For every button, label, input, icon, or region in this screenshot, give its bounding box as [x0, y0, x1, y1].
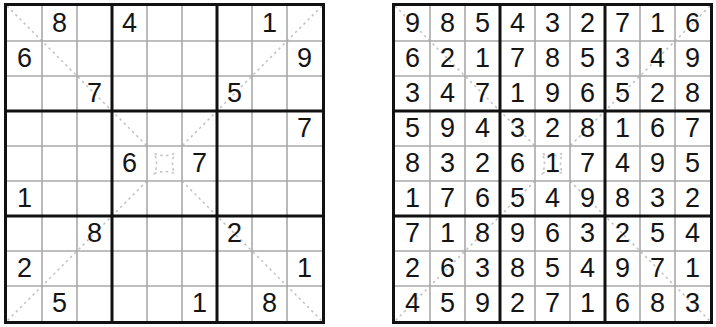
solution-cell-r4c1: 5	[395, 111, 430, 146]
solution-cell-r4c4: 3	[500, 111, 535, 146]
puzzle-cell-r4c3	[77, 111, 112, 146]
puzzle-cell-r7c5	[147, 216, 182, 251]
solution-cell-r1c7: 7	[605, 6, 640, 41]
puzzle-cell-r2c5	[147, 41, 182, 76]
solution-cell-r2c4: 7	[500, 41, 535, 76]
puzzle-cell-r6c9	[287, 181, 322, 216]
solution-cell-r4c9: 7	[675, 111, 710, 146]
solution-cell-r8c2: 6	[430, 251, 465, 286]
solution-cell-r4c6: 8	[570, 111, 605, 146]
puzzle-cell-r7c6	[182, 216, 217, 251]
solution-cell-r1c9: 6	[675, 6, 710, 41]
solution-cell-r4c3: 4	[465, 111, 500, 146]
solution-cell-r1c1: 9	[395, 6, 430, 41]
puzzle-cell-r9c8: 8	[252, 286, 287, 321]
puzzle-cell-r6c7	[217, 181, 252, 216]
puzzle-cell-r8c5	[147, 251, 182, 286]
puzzle-cell-r7c4	[112, 216, 147, 251]
solution-cell-r2c6: 5	[570, 41, 605, 76]
puzzle-cell-r5c1	[7, 146, 42, 181]
puzzle-cell-r1c1	[7, 6, 42, 41]
solution-cell-r7c3: 8	[465, 216, 500, 251]
puzzle-cell-r1c6	[182, 6, 217, 41]
solution-cell-r9c4: 2	[500, 286, 535, 321]
puzzle-cell-r4c8	[252, 111, 287, 146]
puzzle-cell-r8c9: 1	[287, 251, 322, 286]
solution-cell-r3c2: 4	[430, 76, 465, 111]
solution-cell-r6c8: 3	[640, 181, 675, 216]
puzzle-cell-r9c5	[147, 286, 182, 321]
solution-cell-r3c9: 8	[675, 76, 710, 111]
puzzle-cell-r1c2: 8	[42, 6, 77, 41]
puzzle-cell-r9c4	[112, 286, 147, 321]
solution-cell-r5c1: 8	[395, 146, 430, 181]
puzzle-cell-r6c3	[77, 181, 112, 216]
puzzle-cell-r9c6: 1	[182, 286, 217, 321]
puzzle-cell-r7c7: 2	[217, 216, 252, 251]
solution-cell-r7c9: 4	[675, 216, 710, 251]
puzzle-cell-r5c5	[147, 146, 182, 181]
puzzle-cell-r2c1: 6	[7, 41, 42, 76]
puzzle-cell-r2c8	[252, 41, 287, 76]
solution-cell-r3c3: 7	[465, 76, 500, 111]
solution-cell-r5c8: 9	[640, 146, 675, 181]
solution-cell-r7c2: 1	[430, 216, 465, 251]
puzzle-cell-r5c9	[287, 146, 322, 181]
puzzle-cell-r1c7	[217, 6, 252, 41]
puzzle-cell-r3c5	[147, 76, 182, 111]
solution-cell-r2c9: 9	[675, 41, 710, 76]
solution-cell-r5c6: 7	[570, 146, 605, 181]
puzzle-cell-r7c3: 8	[77, 216, 112, 251]
solution-cell-r5c2: 3	[430, 146, 465, 181]
puzzle-cell-r5c8	[252, 146, 287, 181]
puzzle-cell-r5c2	[42, 146, 77, 181]
solution-cell-r9c5: 7	[535, 286, 570, 321]
puzzle-cell-r7c2	[42, 216, 77, 251]
puzzle-cell-r6c4	[112, 181, 147, 216]
solution-cell-r3c5: 9	[535, 76, 570, 111]
solution-cell-r9c8: 8	[640, 286, 675, 321]
puzzle-cell-r7c8	[252, 216, 287, 251]
solution-cell-r7c8: 5	[640, 216, 675, 251]
puzzle-cell-r3c9	[287, 76, 322, 111]
puzzle-cells: 841697576718221518	[7, 6, 322, 321]
puzzle-cell-r9c2: 5	[42, 286, 77, 321]
puzzle-cell-r5c6: 7	[182, 146, 217, 181]
puzzle-cell-r2c6	[182, 41, 217, 76]
solution-cell-r4c8: 6	[640, 111, 675, 146]
puzzle-cell-r3c2	[42, 76, 77, 111]
solution-cell-r6c1: 1	[395, 181, 430, 216]
solution-cell-r3c1: 3	[395, 76, 430, 111]
solution-cell-r8c6: 4	[570, 251, 605, 286]
solution-cell-r9c2: 5	[430, 286, 465, 321]
puzzle-cell-r3c8	[252, 76, 287, 111]
solution-cell-r7c4: 9	[500, 216, 535, 251]
puzzle-cell-r8c1: 2	[7, 251, 42, 286]
puzzle-board: 841697576718221518	[4, 3, 325, 324]
puzzle-cell-r1c8: 1	[252, 6, 287, 41]
puzzle-cell-r6c8	[252, 181, 287, 216]
solution-cell-r9c3: 9	[465, 286, 500, 321]
puzzle-cell-r2c7	[217, 41, 252, 76]
puzzle-cell-r4c1	[7, 111, 42, 146]
solution-cell-r8c3: 3	[465, 251, 500, 286]
sudoku-sheet: { "game": "sudoku-x (diagonal sudoku) — …	[0, 0, 716, 327]
puzzle-cell-r1c5	[147, 6, 182, 41]
puzzle-cell-r2c9: 9	[287, 41, 322, 76]
solution-cell-r2c5: 8	[535, 41, 570, 76]
puzzle-cell-r3c1	[7, 76, 42, 111]
solution-cell-r7c1: 7	[395, 216, 430, 251]
puzzle-cell-r1c9	[287, 6, 322, 41]
solution-cell-r6c7: 8	[605, 181, 640, 216]
puzzle-cell-r3c3: 7	[77, 76, 112, 111]
solution-cell-r8c8: 7	[640, 251, 675, 286]
puzzle-cell-r6c1: 1	[7, 181, 42, 216]
solution-cell-r6c2: 7	[430, 181, 465, 216]
solution-cell-r5c5: 1	[535, 146, 570, 181]
solution-cell-r5c7: 4	[605, 146, 640, 181]
solution-cell-r9c7: 6	[605, 286, 640, 321]
solution-cell-r3c6: 6	[570, 76, 605, 111]
puzzle-cell-r8c6	[182, 251, 217, 286]
solution-cell-r6c4: 5	[500, 181, 535, 216]
puzzle-cell-r9c9	[287, 286, 322, 321]
solution-cell-r6c5: 4	[535, 181, 570, 216]
puzzle-cell-r4c2	[42, 111, 77, 146]
solution-cell-r8c7: 9	[605, 251, 640, 286]
puzzle-cell-r6c2	[42, 181, 77, 216]
puzzle-cell-r4c5	[147, 111, 182, 146]
solution-cell-r3c4: 1	[500, 76, 535, 111]
solution-cell-r1c6: 2	[570, 6, 605, 41]
solution-cell-r7c5: 6	[535, 216, 570, 251]
solution-board: 9854327166217853493471965285943281678326…	[392, 3, 713, 324]
puzzle-cell-r4c9: 7	[287, 111, 322, 146]
puzzle-cell-r9c1	[7, 286, 42, 321]
solution-cell-r4c5: 2	[535, 111, 570, 146]
puzzle-cell-r7c9	[287, 216, 322, 251]
puzzle-cell-r5c4: 6	[112, 146, 147, 181]
solution-cell-r6c9: 2	[675, 181, 710, 216]
solution-cell-r8c9: 1	[675, 251, 710, 286]
solution-cell-r1c4: 4	[500, 6, 535, 41]
solution-cell-r2c8: 4	[640, 41, 675, 76]
solution-cell-r9c1: 4	[395, 286, 430, 321]
solution-cell-r3c7: 5	[605, 76, 640, 111]
puzzle-cell-r3c4	[112, 76, 147, 111]
solution-cell-r2c2: 2	[430, 41, 465, 76]
puzzle-cell-r9c3	[77, 286, 112, 321]
solution-cell-r9c6: 1	[570, 286, 605, 321]
solution-cell-r1c5: 3	[535, 6, 570, 41]
puzzle-cell-r2c4	[112, 41, 147, 76]
solution-cell-r8c4: 8	[500, 251, 535, 286]
puzzle-cell-r4c4	[112, 111, 147, 146]
solution-cells: 9854327166217853493471965285943281678326…	[395, 6, 710, 321]
solution-cell-r9c9: 3	[675, 286, 710, 321]
solution-cell-r3c8: 2	[640, 76, 675, 111]
solution-cell-r1c2: 8	[430, 6, 465, 41]
puzzle-cell-r8c8	[252, 251, 287, 286]
solution-cell-r5c9: 5	[675, 146, 710, 181]
puzzle-cell-r9c7	[217, 286, 252, 321]
solution-cell-r7c6: 3	[570, 216, 605, 251]
puzzle-cell-r4c6	[182, 111, 217, 146]
puzzle-cell-r6c5	[147, 181, 182, 216]
solution-cell-r8c1: 2	[395, 251, 430, 286]
solution-cell-r5c4: 6	[500, 146, 535, 181]
puzzle-cell-r2c3	[77, 41, 112, 76]
solution-cell-r6c3: 6	[465, 181, 500, 216]
solution-cell-r5c3: 2	[465, 146, 500, 181]
solution-cell-r4c7: 1	[605, 111, 640, 146]
puzzle-cell-r1c3	[77, 6, 112, 41]
solution-cell-r2c7: 3	[605, 41, 640, 76]
solution-cell-r7c7: 2	[605, 216, 640, 251]
solution-cell-r8c5: 5	[535, 251, 570, 286]
puzzle-cell-r5c7	[217, 146, 252, 181]
puzzle-cell-r8c4	[112, 251, 147, 286]
puzzle-cell-r1c4: 4	[112, 6, 147, 41]
puzzle-cell-r8c2	[42, 251, 77, 286]
puzzle-cell-r8c3	[77, 251, 112, 286]
solution-cell-r2c3: 1	[465, 41, 500, 76]
solution-cell-r1c8: 1	[640, 6, 675, 41]
solution-cell-r6c6: 9	[570, 181, 605, 216]
solution-cell-r4c2: 9	[430, 111, 465, 146]
puzzle-cell-r3c7: 5	[217, 76, 252, 111]
puzzle-cell-r4c7	[217, 111, 252, 146]
puzzle-cell-r7c1	[7, 216, 42, 251]
puzzle-cell-r2c2	[42, 41, 77, 76]
solution-cell-r1c3: 5	[465, 6, 500, 41]
solution-cell-r2c1: 6	[395, 41, 430, 76]
puzzle-cell-r6c6	[182, 181, 217, 216]
puzzle-cell-r5c3	[77, 146, 112, 181]
puzzle-cell-r3c6	[182, 76, 217, 111]
puzzle-cell-r8c7	[217, 251, 252, 286]
